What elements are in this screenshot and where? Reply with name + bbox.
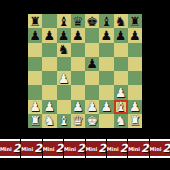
square-h1[interactable]: ♜ xyxy=(128,114,142,128)
square-a8[interactable]: ♜ xyxy=(28,14,42,28)
square-f7[interactable]: ♟ xyxy=(99,28,113,42)
square-g3[interactable]: ♟ xyxy=(114,85,128,99)
square-e5[interactable]: ♟ xyxy=(85,57,99,71)
piece-white-pawn: ♟ xyxy=(72,100,84,113)
square-d4[interactable] xyxy=(71,71,85,85)
square-e7[interactable] xyxy=(85,28,99,42)
square-h4[interactable] xyxy=(128,71,142,85)
square-a1[interactable]: ♜ xyxy=(28,114,42,128)
square-c4[interactable]: ♟ xyxy=(57,71,71,85)
piece-white-knight: ♞ xyxy=(115,114,127,127)
square-h5[interactable] xyxy=(128,57,142,71)
piece-black-rook: ♜ xyxy=(29,15,41,28)
square-d2[interactable]: ♟ xyxy=(71,100,85,114)
square-h8[interactable]: ♜ xyxy=(128,14,142,28)
mini2-badge-number: 2 xyxy=(34,143,42,154)
piece-white-pawn: ♟ xyxy=(29,100,41,113)
mini2-badge-label: Mini xyxy=(64,146,76,152)
square-f6[interactable] xyxy=(99,43,113,57)
square-b6[interactable] xyxy=(42,43,56,57)
square-g2[interactable]: ♝ xyxy=(114,100,128,114)
square-f1[interactable] xyxy=(99,114,113,128)
square-b1[interactable]: ♞ xyxy=(42,114,56,128)
piece-white-pawn: ♟ xyxy=(129,100,141,113)
square-h2[interactable]: ♟ xyxy=(128,100,142,114)
square-g6[interactable] xyxy=(114,43,128,57)
square-b2[interactable]: ♟ xyxy=(42,100,56,114)
square-c7[interactable]: ♟ xyxy=(57,28,71,42)
square-d8[interactable]: ♛ xyxy=(71,14,85,28)
square-h3[interactable] xyxy=(128,85,142,99)
piece-white-bishop: ♝ xyxy=(58,114,70,127)
square-a7[interactable]: ♟ xyxy=(28,28,42,42)
piece-black-bishop: ♝ xyxy=(101,15,113,28)
piece-white-pawn: ♟ xyxy=(44,100,56,113)
square-f2[interactable]: ♟ xyxy=(99,100,113,114)
square-f4[interactable] xyxy=(99,71,113,85)
square-d7[interactable]: ♟ xyxy=(71,28,85,42)
mini2-badge[interactable]: Mini2 xyxy=(107,139,127,158)
mini2-badge[interactable]: Mini2 xyxy=(64,139,84,158)
mini2-badge[interactable]: Mini2 xyxy=(150,139,170,158)
square-d5[interactable] xyxy=(71,57,85,71)
piece-black-knight: ♞ xyxy=(58,43,70,56)
square-c6[interactable]: ♞ xyxy=(57,43,71,57)
mini2-badge-number: 2 xyxy=(162,143,170,154)
square-a3[interactable] xyxy=(28,85,42,99)
piece-white-bishop: ♝ xyxy=(115,100,127,113)
square-c5[interactable] xyxy=(57,57,71,71)
square-d3[interactable] xyxy=(71,85,85,99)
square-a4[interactable] xyxy=(28,71,42,85)
square-g7[interactable]: ♟ xyxy=(114,28,128,42)
mini2-badge-label: Mini xyxy=(21,146,33,152)
square-c2[interactable] xyxy=(57,100,71,114)
square-b4[interactable] xyxy=(42,71,56,85)
mini2-badge[interactable]: Mini2 xyxy=(0,139,20,158)
mini2-badge[interactable]: Mini2 xyxy=(128,139,148,158)
mini2-badge[interactable]: Mini2 xyxy=(43,139,63,158)
square-h7[interactable]: ♟ xyxy=(128,28,142,42)
mini2-badge-label: Mini xyxy=(0,146,12,152)
mini2-badge-number: 2 xyxy=(120,143,128,154)
piece-black-knight: ♞ xyxy=(115,15,127,28)
piece-white-queen: ♛ xyxy=(72,114,84,127)
square-d6[interactable] xyxy=(71,43,85,57)
piece-white-pawn: ♟ xyxy=(115,86,127,99)
square-g8[interactable]: ♞ xyxy=(114,14,128,28)
square-b8[interactable] xyxy=(42,14,56,28)
piece-black-king: ♚ xyxy=(86,15,98,28)
piece-black-pawn: ♟ xyxy=(29,29,41,42)
square-c1[interactable]: ♝ xyxy=(57,114,71,128)
mini2-badge[interactable]: Mini2 xyxy=(86,139,106,158)
mini2-banner-row: Mini2Mini2Mini2Mini2Mini2Mini2Mini2Mini2 xyxy=(0,139,170,158)
square-e4[interactable] xyxy=(85,71,99,85)
mini2-badge-label: Mini xyxy=(128,146,140,152)
piece-black-pawn: ♟ xyxy=(115,29,127,42)
piece-white-rook: ♜ xyxy=(29,114,41,127)
piece-white-knight: ♞ xyxy=(44,114,56,127)
square-f3[interactable] xyxy=(99,85,113,99)
square-f8[interactable]: ♝ xyxy=(99,14,113,28)
square-a6[interactable] xyxy=(28,43,42,57)
piece-black-rook: ♜ xyxy=(129,15,141,28)
mini2-badge-number: 2 xyxy=(98,143,106,154)
mini2-badge-label: Mini xyxy=(85,146,97,152)
mini2-badge-number: 2 xyxy=(77,143,85,154)
piece-white-pawn: ♟ xyxy=(101,100,113,113)
square-b5[interactable] xyxy=(42,57,56,71)
square-g4[interactable] xyxy=(114,71,128,85)
piece-black-pawn: ♟ xyxy=(101,29,113,42)
piece-white-rook: ♜ xyxy=(129,114,141,127)
piece-black-pawn: ♟ xyxy=(58,29,70,42)
piece-white-king: ♚ xyxy=(86,114,98,127)
square-a2[interactable]: ♟ xyxy=(28,100,42,114)
mini2-badge-number: 2 xyxy=(56,143,64,154)
piece-black-bishop: ♝ xyxy=(58,15,70,28)
piece-black-pawn: ♟ xyxy=(44,29,56,42)
mini2-badge-label: Mini xyxy=(43,146,55,152)
piece-black-pawn: ♟ xyxy=(72,29,84,42)
square-e6[interactable] xyxy=(85,43,99,57)
square-d1[interactable]: ♛ xyxy=(71,114,85,128)
square-b7[interactable]: ♟ xyxy=(42,28,56,42)
piece-black-pawn: ♟ xyxy=(129,29,141,42)
square-e8[interactable]: ♚ xyxy=(85,14,99,28)
piece-black-pawn: ♟ xyxy=(86,57,98,70)
square-b3[interactable] xyxy=(42,85,56,99)
piece-white-pawn: ♟ xyxy=(58,72,70,85)
mini2-badge-number: 2 xyxy=(13,143,21,154)
square-a5[interactable] xyxy=(28,57,42,71)
square-f5[interactable] xyxy=(99,57,113,71)
square-e3[interactable] xyxy=(85,85,99,99)
square-h6[interactable] xyxy=(128,43,142,57)
piece-black-queen: ♛ xyxy=(72,15,84,28)
mini2-badge-number: 2 xyxy=(141,143,149,154)
square-c3[interactable] xyxy=(57,85,71,99)
mini2-badge-label: Mini xyxy=(150,146,162,152)
mini2-badge[interactable]: Mini2 xyxy=(21,139,41,158)
square-e1[interactable]: ♚ xyxy=(85,114,99,128)
mini2-badge-label: Mini xyxy=(107,146,119,152)
piece-white-pawn: ♟ xyxy=(86,100,98,113)
square-c8[interactable]: ♝ xyxy=(57,14,71,28)
chess-board: ♜♝♛♚♝♞♜♟♟♟♟♟♟♟♞♟♟♟♟♟♟♟♟♝♟♜♞♝♛♚♞♜ xyxy=(28,14,142,128)
app-window: ♜♝♛♚♝♞♜♟♟♟♟♟♟♟♞♟♟♟♟♟♟♟♟♝♟♜♞♝♛♚♞♜ Mini2Mi… xyxy=(0,0,170,170)
square-e2[interactable]: ♟ xyxy=(85,100,99,114)
square-g5[interactable] xyxy=(114,57,128,71)
square-g1[interactable]: ♞ xyxy=(114,114,128,128)
